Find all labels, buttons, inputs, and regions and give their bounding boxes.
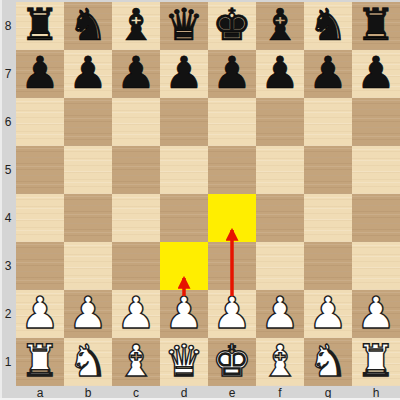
- piece-black-king-e8[interactable]: ♚: [212, 1, 251, 51]
- square-d2[interactable]: ♟: [160, 290, 208, 338]
- square-c5[interactable]: [112, 146, 160, 194]
- piece-white-pawn-b2[interactable]: ♟: [68, 289, 107, 339]
- piece-black-pawn-b7[interactable]: ♟: [68, 49, 107, 99]
- square-g1[interactable]: ♞: [304, 338, 352, 386]
- piece-black-knight-g8[interactable]: ♞: [308, 1, 347, 51]
- square-f2[interactable]: ♟: [256, 290, 304, 338]
- square-a1[interactable]: ♜: [16, 338, 64, 386]
- square-b4[interactable]: [64, 194, 112, 242]
- square-h5[interactable]: [352, 146, 400, 194]
- square-f8[interactable]: ♝: [256, 2, 304, 50]
- square-f3[interactable]: [256, 242, 304, 290]
- square-a6[interactable]: [16, 98, 64, 146]
- rank-label-4: 4: [0, 194, 16, 242]
- square-e2[interactable]: ♟: [208, 290, 256, 338]
- square-g2[interactable]: ♟: [304, 290, 352, 338]
- piece-white-bishop-f1[interactable]: ♝: [260, 337, 299, 387]
- rank-label-3: 3: [0, 242, 16, 290]
- square-d1[interactable]: ♛: [160, 338, 208, 386]
- piece-white-pawn-h2[interactable]: ♟: [356, 289, 395, 339]
- piece-white-pawn-e2[interactable]: ♟: [212, 289, 251, 339]
- square-h2[interactable]: ♟: [352, 290, 400, 338]
- piece-white-pawn-d2[interactable]: ♟: [164, 289, 203, 339]
- square-b3[interactable]: [64, 242, 112, 290]
- piece-black-pawn-f7[interactable]: ♟: [260, 49, 299, 99]
- square-h1[interactable]: ♜: [352, 338, 400, 386]
- rank-label-7: 7: [0, 50, 16, 98]
- piece-white-pawn-a2[interactable]: ♟: [20, 289, 59, 339]
- piece-black-pawn-e7[interactable]: ♟: [212, 49, 251, 99]
- square-d7[interactable]: ♟: [160, 50, 208, 98]
- square-h3[interactable]: [352, 242, 400, 290]
- piece-white-king-e1[interactable]: ♚: [212, 337, 251, 387]
- square-d3[interactable]: [160, 242, 208, 290]
- square-e3[interactable]: [208, 242, 256, 290]
- rank-label-6: 6: [0, 98, 16, 146]
- square-f4[interactable]: [256, 194, 304, 242]
- piece-black-bishop-f8[interactable]: ♝: [260, 1, 299, 51]
- square-h4[interactable]: [352, 194, 400, 242]
- square-g3[interactable]: [304, 242, 352, 290]
- piece-white-rook-a1[interactable]: ♜: [20, 337, 59, 387]
- square-f5[interactable]: [256, 146, 304, 194]
- square-e5[interactable]: [208, 146, 256, 194]
- square-b2[interactable]: ♟: [64, 290, 112, 338]
- square-f1[interactable]: ♝: [256, 338, 304, 386]
- square-h6[interactable]: [352, 98, 400, 146]
- square-c4[interactable]: [112, 194, 160, 242]
- square-c7[interactable]: ♟: [112, 50, 160, 98]
- rank-label-8: 8: [0, 2, 16, 50]
- square-b1[interactable]: ♞: [64, 338, 112, 386]
- square-g4[interactable]: [304, 194, 352, 242]
- square-h8[interactable]: ♜: [352, 2, 400, 50]
- square-d5[interactable]: [160, 146, 208, 194]
- square-a8[interactable]: ♜: [16, 2, 64, 50]
- piece-black-rook-a8[interactable]: ♜: [20, 1, 59, 51]
- square-b5[interactable]: [64, 146, 112, 194]
- rank-label-2: 2: [0, 290, 16, 338]
- rank-label-5: 5: [0, 146, 16, 194]
- square-c8[interactable]: ♝: [112, 2, 160, 50]
- square-f7[interactable]: ♟: [256, 50, 304, 98]
- square-g8[interactable]: ♞: [304, 2, 352, 50]
- chess-board-panel: 87654321 ♜♞♝♛♚♝♞♜♟♟♟♟♟♟♟♟♟♟♟♟♟♟♟♟♜♞♝♛♚♝♞…: [0, 0, 400, 400]
- square-c3[interactable]: [112, 242, 160, 290]
- piece-black-pawn-d7[interactable]: ♟: [164, 49, 203, 99]
- square-e6[interactable]: [208, 98, 256, 146]
- chess-board[interactable]: ♜♞♝♛♚♝♞♜♟♟♟♟♟♟♟♟♟♟♟♟♟♟♟♟♜♞♝♛♚♝♞♜: [16, 2, 400, 386]
- piece-black-rook-h8[interactable]: ♜: [356, 1, 395, 51]
- square-a2[interactable]: ♟: [16, 290, 64, 338]
- rank-label-1: 1: [0, 338, 16, 386]
- square-a7[interactable]: ♟: [16, 50, 64, 98]
- piece-white-bishop-c1[interactable]: ♝: [116, 337, 155, 387]
- piece-black-pawn-h7[interactable]: ♟: [356, 49, 395, 99]
- square-b6[interactable]: [64, 98, 112, 146]
- square-a4[interactable]: [16, 194, 64, 242]
- square-h7[interactable]: ♟: [352, 50, 400, 98]
- square-c2[interactable]: ♟: [112, 290, 160, 338]
- square-g6[interactable]: [304, 98, 352, 146]
- piece-black-queen-d8[interactable]: ♛: [164, 1, 203, 51]
- square-d8[interactable]: ♛: [160, 2, 208, 50]
- square-d6[interactable]: [160, 98, 208, 146]
- square-e1[interactable]: ♚: [208, 338, 256, 386]
- square-e7[interactable]: ♟: [208, 50, 256, 98]
- square-c6[interactable]: [112, 98, 160, 146]
- piece-white-queen-d1[interactable]: ♛: [164, 337, 203, 387]
- piece-white-rook-h1[interactable]: ♜: [356, 337, 395, 387]
- square-f6[interactable]: [256, 98, 304, 146]
- piece-black-pawn-c7[interactable]: ♟: [116, 49, 155, 99]
- piece-white-pawn-c2[interactable]: ♟: [116, 289, 155, 339]
- square-e4[interactable]: [208, 194, 256, 242]
- piece-black-bishop-c8[interactable]: ♝: [116, 1, 155, 51]
- square-d4[interactable]: [160, 194, 208, 242]
- piece-white-pawn-g2[interactable]: ♟: [308, 289, 347, 339]
- square-b7[interactable]: ♟: [64, 50, 112, 98]
- piece-white-knight-g1[interactable]: ♞: [308, 337, 347, 387]
- piece-white-knight-b1[interactable]: ♞: [68, 337, 107, 387]
- square-g7[interactable]: ♟: [304, 50, 352, 98]
- piece-black-knight-b8[interactable]: ♞: [68, 1, 107, 51]
- piece-black-pawn-a7[interactable]: ♟: [20, 49, 59, 99]
- piece-black-pawn-g7[interactable]: ♟: [308, 49, 347, 99]
- rank-labels: 87654321: [0, 2, 16, 386]
- piece-white-pawn-f2[interactable]: ♟: [260, 289, 299, 339]
- square-g5[interactable]: [304, 146, 352, 194]
- square-e8[interactable]: ♚: [208, 2, 256, 50]
- square-b8[interactable]: ♞: [64, 2, 112, 50]
- square-a3[interactable]: [16, 242, 64, 290]
- square-a5[interactable]: [16, 146, 64, 194]
- square-c1[interactable]: ♝: [112, 338, 160, 386]
